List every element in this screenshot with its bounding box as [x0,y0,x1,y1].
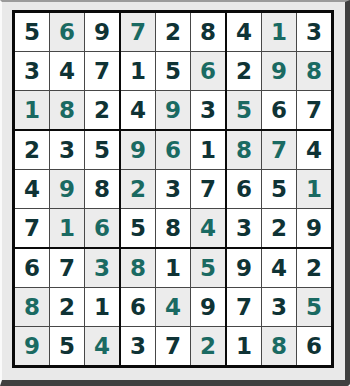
cell-r6c9[interactable]: 9 [297,209,331,247]
sudoku-box-1: 569347182 [15,13,119,129]
sudoku-box-2: 728156493 [121,13,225,129]
sudoku-board: 5693471827281564934132985672354987169612… [12,10,334,368]
cell-r3c4[interactable]: 4 [121,91,155,129]
cell-r5c2[interactable]: 9 [50,170,84,208]
cell-r4c1[interactable]: 2 [15,131,49,169]
cell-r5c6[interactable]: 7 [191,170,225,208]
cell-r6c2[interactable]: 1 [50,209,84,247]
sudoku-box-4: 235498716 [15,131,119,247]
cell-r3c8[interactable]: 6 [262,91,296,129]
cell-r1c4[interactable]: 7 [121,13,155,51]
cell-r6c8[interactable]: 2 [262,209,296,247]
cell-r6c1[interactable]: 7 [15,209,49,247]
cell-r5c5[interactable]: 3 [156,170,190,208]
cell-r8c7[interactable]: 7 [227,288,261,326]
cell-r1c8[interactable]: 1 [262,13,296,51]
cell-r7c1[interactable]: 6 [15,249,49,287]
cell-r5c7[interactable]: 6 [227,170,261,208]
cell-r9c3[interactable]: 4 [85,327,119,365]
cell-r4c9[interactable]: 4 [297,131,331,169]
cell-r2c3[interactable]: 7 [85,52,119,90]
sudoku-box-7: 673821954 [15,249,119,365]
cell-r7c5[interactable]: 1 [156,249,190,287]
cell-r5c4[interactable]: 2 [121,170,155,208]
cell-r5c8[interactable]: 5 [262,170,296,208]
cell-r2c9[interactable]: 8 [297,52,331,90]
cell-r4c3[interactable]: 5 [85,131,119,169]
cell-r3c3[interactable]: 2 [85,91,119,129]
cell-r6c5[interactable]: 8 [156,209,190,247]
cell-r4c6[interactable]: 1 [191,131,225,169]
cell-r6c6[interactable]: 4 [191,209,225,247]
cell-r8c1[interactable]: 8 [15,288,49,326]
cell-r2c8[interactable]: 9 [262,52,296,90]
cell-r8c4[interactable]: 6 [121,288,155,326]
cell-r3c6[interactable]: 3 [191,91,225,129]
cell-r1c6[interactable]: 8 [191,13,225,51]
cell-r9c7[interactable]: 1 [227,327,261,365]
cell-r7c4[interactable]: 8 [121,249,155,287]
cell-r7c6[interactable]: 5 [191,249,225,287]
cell-r7c8[interactable]: 4 [262,249,296,287]
cell-r4c8[interactable]: 7 [262,131,296,169]
cell-r1c5[interactable]: 2 [156,13,190,51]
cell-r3c9[interactable]: 7 [297,91,331,129]
cell-r4c5[interactable]: 6 [156,131,190,169]
cell-r3c5[interactable]: 9 [156,91,190,129]
cell-r2c5[interactable]: 5 [156,52,190,90]
cell-r3c7[interactable]: 5 [227,91,261,129]
cell-r1c2[interactable]: 6 [50,13,84,51]
cell-r7c9[interactable]: 2 [297,249,331,287]
cell-r3c2[interactable]: 8 [50,91,84,129]
cell-r8c8[interactable]: 3 [262,288,296,326]
cell-r9c2[interactable]: 5 [50,327,84,365]
cell-r6c3[interactable]: 6 [85,209,119,247]
cell-r8c6[interactable]: 9 [191,288,225,326]
cell-r3c1[interactable]: 1 [15,91,49,129]
cell-r2c1[interactable]: 3 [15,52,49,90]
cell-r9c8[interactable]: 8 [262,327,296,365]
cell-r8c2[interactable]: 2 [50,288,84,326]
sudoku-box-9: 942735186 [227,249,331,365]
cell-r8c3[interactable]: 1 [85,288,119,326]
cell-r9c1[interactable]: 9 [15,327,49,365]
cell-r1c1[interactable]: 5 [15,13,49,51]
sudoku-box-6: 874651329 [227,131,331,247]
cell-r5c9[interactable]: 1 [297,170,331,208]
sudoku-box-3: 413298567 [227,13,331,129]
sudoku-box-8: 815649372 [121,249,225,365]
screenshot-frame: 5693471827281564934132985672354987169612… [0,0,350,386]
cell-r9c5[interactable]: 7 [156,327,190,365]
cell-r5c3[interactable]: 8 [85,170,119,208]
cell-r1c7[interactable]: 4 [227,13,261,51]
cell-r6c4[interactable]: 5 [121,209,155,247]
cell-r4c4[interactable]: 9 [121,131,155,169]
cell-r9c9[interactable]: 6 [297,327,331,365]
cell-r4c2[interactable]: 3 [50,131,84,169]
cell-r2c7[interactable]: 2 [227,52,261,90]
cell-r9c6[interactable]: 2 [191,327,225,365]
cell-r8c5[interactable]: 4 [156,288,190,326]
cell-r2c6[interactable]: 6 [191,52,225,90]
cell-r2c4[interactable]: 1 [121,52,155,90]
cell-r2c2[interactable]: 4 [50,52,84,90]
cell-r6c7[interactable]: 3 [227,209,261,247]
cell-r5c1[interactable]: 4 [15,170,49,208]
cell-r4c7[interactable]: 8 [227,131,261,169]
cell-r1c3[interactable]: 9 [85,13,119,51]
cell-r1c9[interactable]: 3 [297,13,331,51]
cell-r9c4[interactable]: 3 [121,327,155,365]
sudoku-box-5: 961237584 [121,131,225,247]
cell-r7c7[interactable]: 9 [227,249,261,287]
cell-r7c2[interactable]: 7 [50,249,84,287]
cell-r8c9[interactable]: 5 [297,288,331,326]
cell-r7c3[interactable]: 3 [85,249,119,287]
